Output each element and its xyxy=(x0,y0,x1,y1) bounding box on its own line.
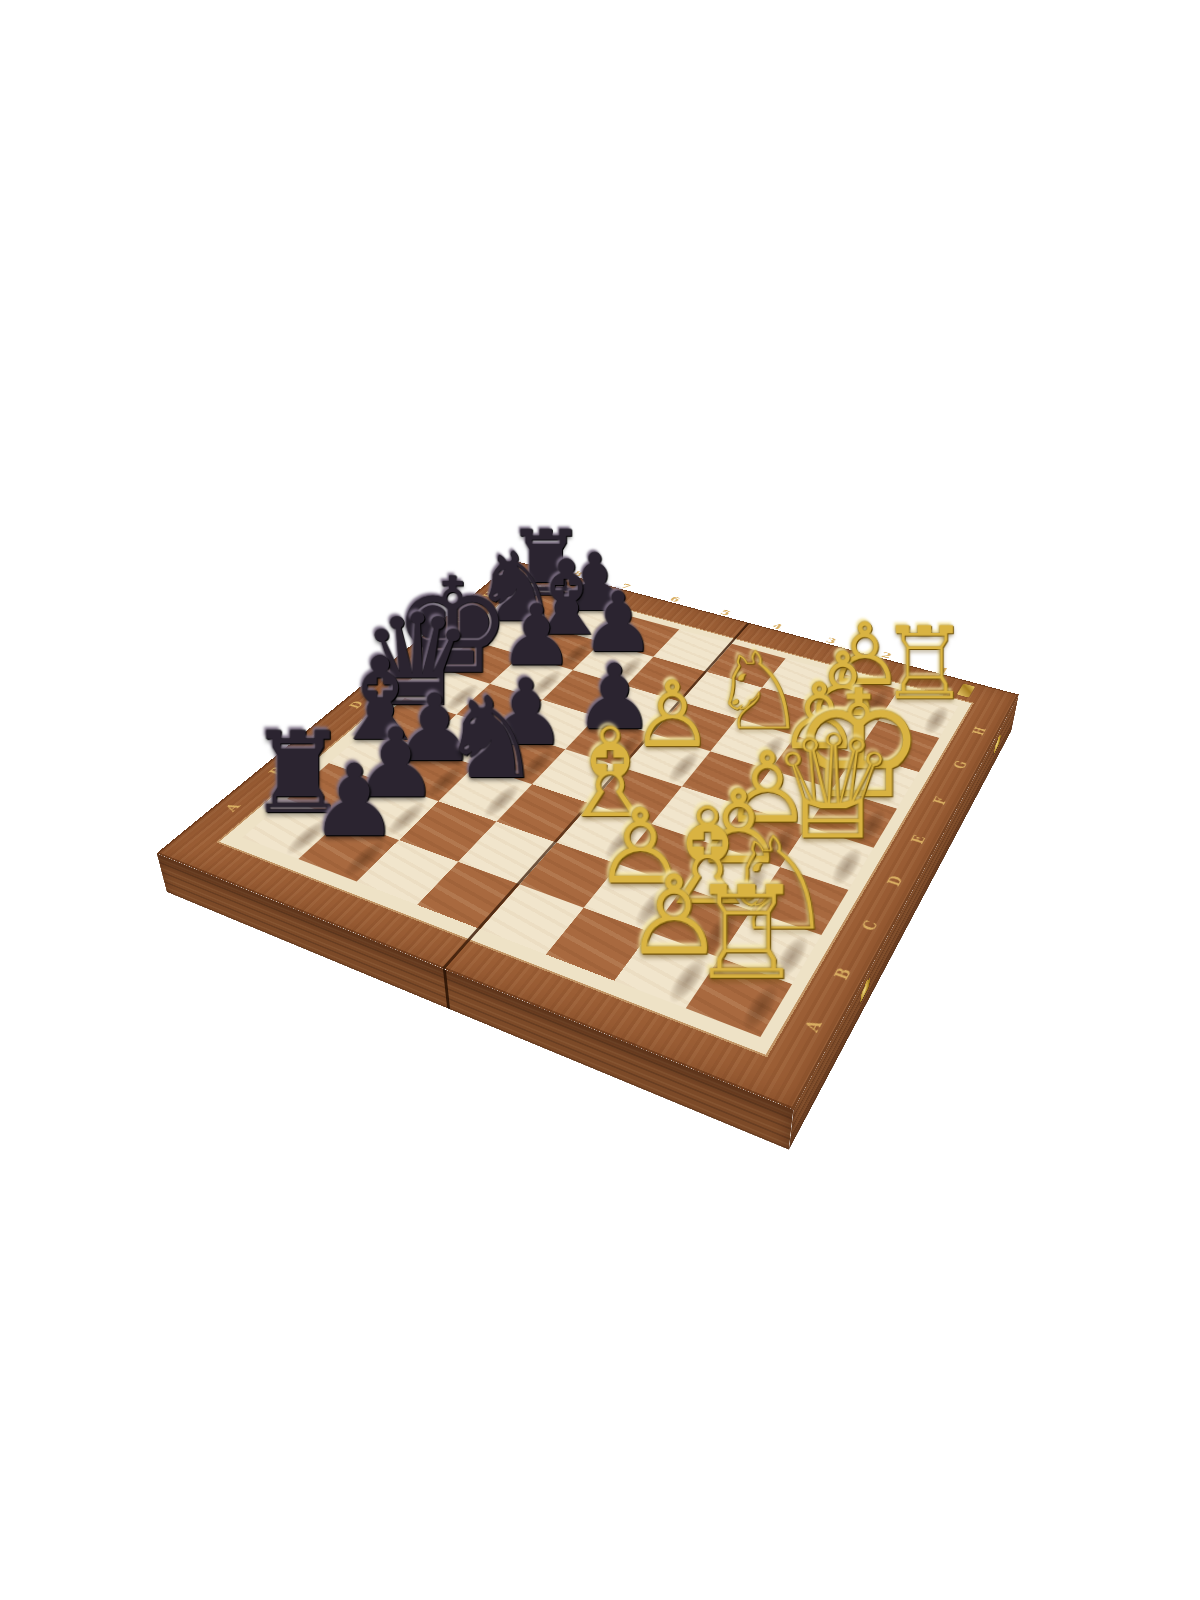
brass-clasp-right xyxy=(993,734,1001,755)
piece-black-knight-c6[interactable]: ♞ xyxy=(440,682,541,795)
fold-seam-side xyxy=(443,968,450,1009)
piece-white-rook-a1[interactable]: ♖ xyxy=(688,869,804,998)
square-a1[interactable]: ♖ xyxy=(686,958,792,1038)
piece-black-pawn-a7[interactable]: ♟ xyxy=(310,752,399,851)
product-photo-stage: ABCDEFGH ABCDEFGH 87654321 87654321 ♜♝♛♚… xyxy=(0,0,1200,1600)
chess-board: ABCDEFGH ABCDEFGH 87654321 87654321 ♜♝♛♚… xyxy=(157,561,1019,1110)
